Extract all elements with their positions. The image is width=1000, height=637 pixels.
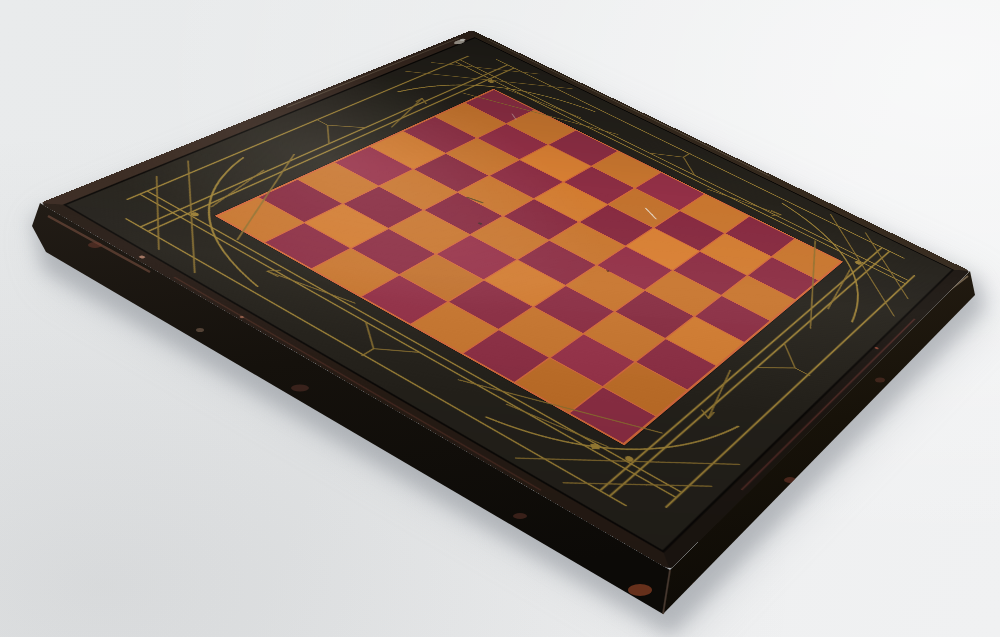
surface-scratches <box>386 114 703 284</box>
photo-background <box>0 0 1000 637</box>
